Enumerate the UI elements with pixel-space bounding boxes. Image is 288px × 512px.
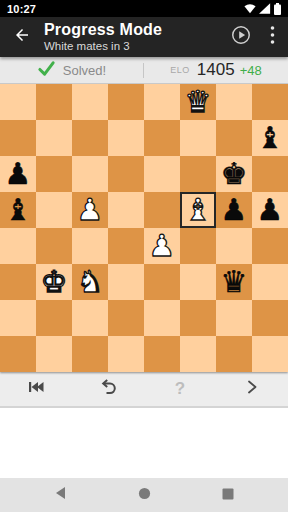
android-nav-bar [0, 478, 288, 512]
elo-label: ELO [170, 65, 190, 75]
square-e1[interactable] [144, 336, 180, 372]
square-d2[interactable] [108, 300, 144, 336]
back-button[interactable] [0, 17, 44, 57]
square-c2[interactable] [72, 300, 108, 336]
play-icon [230, 24, 252, 50]
square-a2[interactable] [0, 300, 36, 336]
next-button[interactable] [216, 372, 288, 406]
square-d5[interactable] [108, 192, 144, 228]
page-subtitle: White mates in 3 [44, 40, 224, 53]
square-h2[interactable] [252, 300, 288, 336]
square-f4[interactable] [180, 228, 216, 264]
piece-white-q-f8: ♛ [180, 84, 216, 120]
page-title: Progress Mode [44, 21, 224, 39]
signal-icon [259, 3, 271, 14]
elo-value: 1405 [197, 60, 235, 80]
square-e4[interactable]: ♟ [144, 228, 180, 264]
square-g7[interactable] [216, 120, 252, 156]
solved-label: Solved! [63, 63, 106, 78]
square-d6[interactable] [108, 156, 144, 192]
square-a8[interactable] [0, 84, 36, 120]
square-g2[interactable] [216, 300, 252, 336]
chess-board: ♛♝♟♚♝♟♝♟♟♟♚♞♛ [0, 84, 288, 372]
square-h8[interactable] [252, 84, 288, 120]
play-button[interactable] [224, 17, 258, 57]
square-g1[interactable] [216, 336, 252, 372]
square-h7[interactable]: ♝ [252, 120, 288, 156]
square-f8[interactable]: ♛ [180, 84, 216, 120]
square-g6[interactable]: ♚ [216, 156, 252, 192]
square-e6[interactable] [144, 156, 180, 192]
square-h3[interactable] [252, 264, 288, 300]
square-c6[interactable] [72, 156, 108, 192]
square-d4[interactable] [108, 228, 144, 264]
piece-black-p-g5: ♟ [216, 192, 252, 228]
solved-check-icon [37, 60, 56, 81]
square-h6[interactable] [252, 156, 288, 192]
elo-block: ELO 1405 +48 [144, 60, 288, 80]
square-a1[interactable] [0, 336, 36, 372]
square-e7[interactable] [144, 120, 180, 156]
square-c3[interactable]: ♞ [72, 264, 108, 300]
app-bar: Progress Mode White mates in 3 [0, 17, 288, 57]
skip-to-start-button[interactable] [0, 372, 72, 406]
square-b7[interactable] [36, 120, 72, 156]
square-h5[interactable]: ♟ [252, 192, 288, 228]
piece-white-p-e4: ♟ [144, 228, 180, 264]
square-c8[interactable] [72, 84, 108, 120]
hint-question-icon: ? [175, 379, 185, 399]
piece-black-q-g3: ♛ [216, 264, 252, 300]
square-g5[interactable]: ♟ [216, 192, 252, 228]
square-a6[interactable]: ♟ [0, 156, 36, 192]
square-f2[interactable] [180, 300, 216, 336]
square-a4[interactable] [0, 228, 36, 264]
square-d7[interactable] [108, 120, 144, 156]
chevron-right-icon [244, 378, 260, 400]
square-a3[interactable] [0, 264, 36, 300]
nav-back-button[interactable] [50, 485, 70, 505]
square-c5[interactable]: ♟ [72, 192, 108, 228]
piece-white-n-c3: ♞ [72, 264, 108, 300]
skip-to-start-icon [26, 378, 46, 400]
square-e5[interactable] [144, 192, 180, 228]
square-b2[interactable] [36, 300, 72, 336]
more-vert-icon [270, 25, 275, 49]
square-g8[interactable] [216, 84, 252, 120]
piece-white-k-b3: ♚ [36, 264, 72, 300]
square-g3[interactable]: ♛ [216, 264, 252, 300]
piece-black-k-g6: ♚ [216, 156, 252, 192]
move-toolbar: ? [0, 372, 288, 408]
square-b5[interactable] [36, 192, 72, 228]
square-e8[interactable] [144, 84, 180, 120]
square-b8[interactable] [36, 84, 72, 120]
piece-white-b-f5: ♝ [180, 192, 216, 228]
square-h4[interactable] [252, 228, 288, 264]
nav-recents-button[interactable] [218, 485, 238, 505]
square-b4[interactable] [36, 228, 72, 264]
square-f5[interactable]: ♝ [180, 192, 216, 228]
square-a7[interactable] [0, 120, 36, 156]
square-b1[interactable] [36, 336, 72, 372]
solved-status: Solved! [0, 60, 143, 81]
status-bar: 10:27 [0, 0, 288, 17]
square-g4[interactable] [216, 228, 252, 264]
nav-back-icon [54, 486, 67, 504]
result-bar: Solved! ELO 1405 +48 [0, 57, 288, 84]
wifi-icon [244, 3, 256, 14]
square-b6[interactable] [36, 156, 72, 192]
square-h1[interactable] [252, 336, 288, 372]
piece-black-b-a5: ♝ [0, 192, 36, 228]
hint-button[interactable]: ? [144, 372, 216, 406]
square-d1[interactable] [108, 336, 144, 372]
square-f1[interactable] [180, 336, 216, 372]
nav-home-button[interactable] [134, 485, 154, 505]
piece-white-p-c5: ♟ [72, 192, 108, 228]
square-e3[interactable] [144, 264, 180, 300]
undo-icon [98, 378, 118, 400]
piece-black-p-h5: ♟ [252, 192, 288, 228]
piece-black-b-h7: ♝ [252, 120, 288, 156]
content-spacer [0, 408, 288, 478]
square-f3[interactable] [180, 264, 216, 300]
square-d3[interactable] [108, 264, 144, 300]
battery-icon [274, 3, 281, 15]
square-b3[interactable]: ♚ [36, 264, 72, 300]
nav-home-icon [138, 486, 151, 504]
undo-button[interactable] [72, 372, 144, 406]
elo-delta: +48 [240, 63, 262, 78]
square-c7[interactable] [72, 120, 108, 156]
square-c1[interactable] [72, 336, 108, 372]
app-screen: 10:27 Progress Mode White mates in 3 [0, 0, 288, 512]
overflow-menu-button[interactable] [258, 17, 286, 57]
back-arrow-icon [13, 26, 31, 48]
square-a5[interactable]: ♝ [0, 192, 36, 228]
title-block: Progress Mode White mates in 3 [44, 21, 224, 54]
nav-recents-icon [222, 486, 234, 504]
piece-black-p-a6: ♟ [0, 156, 36, 192]
square-f6[interactable] [180, 156, 216, 192]
square-f7[interactable] [180, 120, 216, 156]
square-e2[interactable] [144, 300, 180, 336]
square-d8[interactable] [108, 84, 144, 120]
square-c4[interactable] [72, 228, 108, 264]
clock-label: 10:27 [7, 3, 36, 15]
